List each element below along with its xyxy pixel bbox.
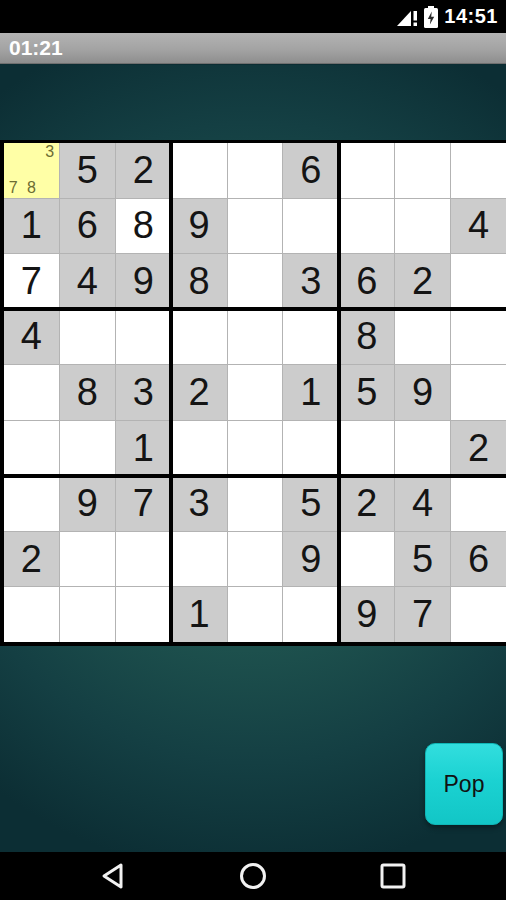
cell-r2c6[interactable] [283, 199, 338, 254]
cell-r5c7[interactable]: 5 [339, 365, 394, 420]
cell-r6c3[interactable]: 1 [116, 421, 171, 476]
cell-r7c9[interactable] [451, 476, 506, 531]
cell-r9c9[interactable] [451, 587, 506, 642]
cell-r2c4[interactable]: 9 [172, 199, 227, 254]
cell-r9c3[interactable] [116, 587, 171, 642]
cell-r8c8[interactable]: 5 [395, 532, 450, 587]
cell-r1c8[interactable] [395, 143, 450, 198]
cell-r3c2[interactable]: 4 [60, 254, 115, 309]
cell-r9c4[interactable]: 1 [172, 587, 227, 642]
cell-r4c6[interactable] [283, 310, 338, 365]
recents-icon [380, 863, 406, 889]
cell-r8c4[interactable] [172, 532, 227, 587]
cell-r7c4[interactable]: 3 [172, 476, 227, 531]
cell-r8c7[interactable] [339, 532, 394, 587]
cell-r3c8[interactable]: 2 [395, 254, 450, 309]
cell-r2c5[interactable] [228, 199, 283, 254]
cell-r7c5[interactable] [228, 476, 283, 531]
pencil-mark-2 [22, 143, 40, 161]
cell-r3c7[interactable]: 6 [339, 254, 394, 309]
cell-r3c5[interactable] [228, 254, 283, 309]
cell-r9c5[interactable] [228, 587, 283, 642]
play-area: 3785261689474983624883215912973524295619… [0, 65, 506, 852]
cell-r9c6[interactable] [283, 587, 338, 642]
cell-r8c9[interactable]: 6 [451, 532, 506, 587]
phone-screen: 14:51 01:21 3785261689474983624883215912… [0, 0, 506, 900]
cell-r6c8[interactable] [395, 421, 450, 476]
cell-r7c2[interactable]: 9 [60, 476, 115, 531]
cell-r9c8[interactable]: 7 [395, 587, 450, 642]
status-clock: 14:51 [444, 5, 498, 28]
cell-r8c2[interactable] [60, 532, 115, 587]
pencil-mark-8: 8 [22, 179, 40, 197]
pencil-mark-7: 7 [4, 179, 22, 197]
cell-r7c3[interactable]: 7 [116, 476, 171, 531]
cell-r2c3[interactable]: 8 [116, 199, 171, 254]
pencil-mark-5 [22, 161, 40, 179]
cell-r9c7[interactable]: 9 [339, 587, 394, 642]
cell-r1c3[interactable]: 2 [116, 143, 171, 198]
home-button[interactable] [183, 862, 323, 890]
cell-r1c2[interactable]: 5 [60, 143, 115, 198]
signal-alert-icon [396, 7, 418, 27]
cell-r5c8[interactable]: 9 [395, 365, 450, 420]
cell-r3c9[interactable] [451, 254, 506, 309]
sudoku-board: 3785261689474983624883215912973524295619… [0, 140, 506, 646]
cell-r1c4[interactable] [172, 143, 227, 198]
sudoku-board-grid: 3785261689474983624883215912973524295619… [4, 143, 506, 642]
cell-r6c9[interactable]: 2 [451, 421, 506, 476]
cell-r7c8[interactable]: 4 [395, 476, 450, 531]
battery-charging-icon [424, 6, 438, 28]
navigation-bar [0, 852, 506, 900]
recents-button[interactable] [323, 863, 463, 889]
back-button[interactable] [43, 862, 183, 890]
cell-r5c6[interactable]: 1 [283, 365, 338, 420]
cell-r9c2[interactable] [60, 587, 115, 642]
cell-r8c1[interactable]: 2 [4, 532, 59, 587]
cell-r3c3[interactable]: 9 [116, 254, 171, 309]
cell-r5c1[interactable] [4, 365, 59, 420]
cell-r4c5[interactable] [228, 310, 283, 365]
cell-r6c5[interactable] [228, 421, 283, 476]
cell-r2c8[interactable] [395, 199, 450, 254]
cell-r4c4[interactable] [172, 310, 227, 365]
cell-r2c1[interactable]: 1 [4, 199, 59, 254]
cell-r4c1[interactable]: 4 [4, 310, 59, 365]
cell-r7c7[interactable]: 2 [339, 476, 394, 531]
pencil-marks: 378 [4, 143, 59, 198]
pop-button[interactable]: Pop [425, 743, 503, 825]
cell-r5c9[interactable] [451, 365, 506, 420]
cell-r8c6[interactable]: 9 [283, 532, 338, 587]
cell-r4c3[interactable] [116, 310, 171, 365]
cell-r8c3[interactable] [116, 532, 171, 587]
cell-r1c6[interactable]: 6 [283, 143, 338, 198]
pencil-mark-6 [41, 161, 59, 179]
pencil-mark-9 [41, 179, 59, 197]
cell-r1c7[interactable] [339, 143, 394, 198]
cell-r6c6[interactable] [283, 421, 338, 476]
cell-r6c4[interactable] [172, 421, 227, 476]
cell-r1c9[interactable] [451, 143, 506, 198]
cell-r1c1[interactable]: 378 [4, 143, 59, 198]
cell-r9c1[interactable] [4, 587, 59, 642]
cell-r4c8[interactable] [395, 310, 450, 365]
cell-r7c6[interactable]: 5 [283, 476, 338, 531]
timer-bar: 01:21 [0, 33, 506, 64]
cell-r3c6[interactable]: 3 [283, 254, 338, 309]
pencil-mark-3: 3 [41, 143, 59, 161]
cell-r4c9[interactable] [451, 310, 506, 365]
cell-r7c1[interactable] [4, 476, 59, 531]
cell-r5c3[interactable]: 3 [116, 365, 171, 420]
cell-r4c7[interactable]: 8 [339, 310, 394, 365]
pencil-mark-1 [4, 143, 22, 161]
cell-r8c5[interactable] [228, 532, 283, 587]
cell-r6c2[interactable] [60, 421, 115, 476]
cell-r3c1[interactable]: 7 [4, 254, 59, 309]
cell-r6c7[interactable] [339, 421, 394, 476]
home-icon [239, 862, 267, 890]
status-bar: 14:51 [0, 0, 506, 33]
pencil-mark-4 [4, 161, 22, 179]
cell-r2c2[interactable]: 6 [60, 199, 115, 254]
cell-r2c9[interactable]: 4 [451, 199, 506, 254]
cell-r5c5[interactable] [228, 365, 283, 420]
cell-r5c2[interactable]: 8 [60, 365, 115, 420]
cell-r5c4[interactable]: 2 [172, 365, 227, 420]
back-icon [100, 862, 126, 890]
cell-r3c4[interactable]: 8 [172, 254, 227, 309]
cell-r6c1[interactable] [4, 421, 59, 476]
cell-r4c2[interactable] [60, 310, 115, 365]
elapsed-time: 01:21 [9, 36, 63, 60]
cell-r2c7[interactable] [339, 199, 394, 254]
cell-r1c5[interactable] [228, 143, 283, 198]
